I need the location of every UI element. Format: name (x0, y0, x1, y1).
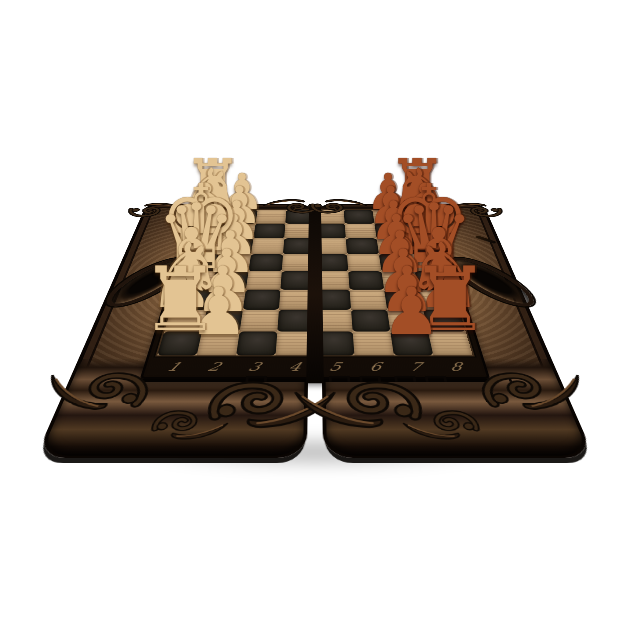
square-d3[interactable] (246, 271, 282, 289)
acanthus-scroll-carving (146, 400, 237, 444)
acanthus-scroll-carving (387, 200, 427, 212)
acanthus-scroll-carving (203, 200, 243, 212)
square-a8[interactable] (428, 332, 473, 356)
square-f7[interactable] (377, 238, 411, 254)
square-f3[interactable] (251, 238, 284, 254)
square-h8[interactable] (401, 210, 434, 224)
square-e8[interactable] (411, 254, 448, 271)
square-f8[interactable] (407, 238, 442, 254)
square-b3[interactable] (240, 310, 279, 332)
square-c6[interactable] (350, 290, 388, 310)
square-f1[interactable] (187, 238, 222, 254)
square-e3[interactable] (249, 254, 283, 271)
square-c8[interactable] (419, 290, 459, 310)
square-a3[interactable] (236, 332, 277, 356)
square-b8[interactable] (423, 310, 466, 332)
folding-chess-case: 12345678 (35, 204, 595, 458)
square-g7[interactable] (374, 224, 407, 239)
square-b2[interactable] (202, 310, 243, 332)
product-photo-scene: 12345678 (0, 0, 630, 630)
square-g2[interactable] (223, 224, 256, 239)
perspective-wrapper: 12345678 (35, 0, 595, 458)
square-b7[interactable] (387, 310, 428, 332)
hinge-seam (306, 204, 324, 384)
acanthus-scroll-carving (393, 400, 484, 444)
square-c1[interactable] (171, 290, 211, 310)
square-h2[interactable] (226, 210, 258, 224)
square-h7[interactable] (372, 210, 404, 224)
square-e2[interactable] (215, 254, 251, 271)
square-f2[interactable] (219, 238, 253, 254)
front-clasp (425, 376, 447, 382)
square-a1[interactable] (157, 332, 202, 356)
square-f6[interactable] (346, 238, 379, 254)
square-c3[interactable] (243, 290, 281, 310)
square-g6[interactable] (345, 224, 377, 239)
square-d7[interactable] (381, 271, 418, 289)
square-g1[interactable] (192, 224, 226, 239)
square-h1[interactable] (196, 210, 229, 224)
square-e7[interactable] (379, 254, 415, 271)
square-a2[interactable] (197, 332, 240, 356)
square-d2[interactable] (211, 271, 248, 289)
square-d6[interactable] (348, 271, 384, 289)
square-c2[interactable] (207, 290, 246, 310)
square-a6[interactable] (353, 332, 394, 356)
square-c7[interactable] (384, 290, 423, 310)
square-e6[interactable] (347, 254, 381, 271)
acanthus-scroll-carving (308, 196, 375, 219)
square-a7[interactable] (390, 332, 433, 356)
square-b1[interactable] (164, 310, 207, 332)
square-g8[interactable] (404, 224, 438, 239)
square-b6[interactable] (351, 310, 390, 332)
square-g3[interactable] (253, 224, 285, 239)
square-d8[interactable] (415, 271, 454, 289)
